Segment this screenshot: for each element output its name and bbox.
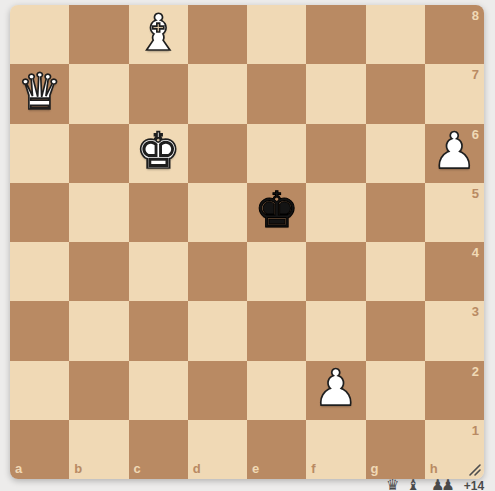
square-e3[interactable] bbox=[247, 301, 306, 360]
square-a2[interactable] bbox=[10, 361, 69, 420]
square-c6[interactable]: ♚ bbox=[129, 124, 188, 183]
rank-label-5: 5 bbox=[472, 187, 479, 200]
rank-label-1: 1 bbox=[472, 424, 479, 437]
square-a5[interactable] bbox=[10, 183, 69, 242]
square-b1[interactable]: b bbox=[69, 420, 128, 479]
square-b7[interactable] bbox=[69, 64, 128, 123]
rank-label-7: 7 bbox=[472, 68, 479, 81]
square-f1[interactable]: f bbox=[306, 420, 365, 479]
square-c7[interactable] bbox=[129, 64, 188, 123]
square-b8[interactable] bbox=[69, 5, 128, 64]
resize-grip-icon bbox=[468, 463, 482, 477]
square-d8[interactable] bbox=[188, 5, 247, 64]
square-e8[interactable] bbox=[247, 5, 306, 64]
file-label-h: h bbox=[430, 462, 438, 475]
square-g2[interactable] bbox=[366, 361, 425, 420]
white-king[interactable]: ♚ bbox=[136, 126, 181, 176]
rank-label-2: 2 bbox=[472, 365, 479, 378]
square-f7[interactable] bbox=[306, 64, 365, 123]
square-b5[interactable] bbox=[69, 183, 128, 242]
square-g5[interactable] bbox=[366, 183, 425, 242]
square-a6[interactable] bbox=[10, 124, 69, 183]
captured-pawns-icon: ♟♟ bbox=[431, 478, 452, 491]
square-b2[interactable] bbox=[69, 361, 128, 420]
file-label-e: e bbox=[252, 462, 259, 475]
square-b4[interactable] bbox=[69, 242, 128, 301]
black-king[interactable]: ♚ bbox=[254, 185, 299, 235]
square-f3[interactable] bbox=[306, 301, 365, 360]
square-h4[interactable]: 4 bbox=[425, 242, 484, 301]
square-c4[interactable] bbox=[129, 242, 188, 301]
square-d6[interactable] bbox=[188, 124, 247, 183]
square-d4[interactable] bbox=[188, 242, 247, 301]
square-h7[interactable]: 7 bbox=[425, 64, 484, 123]
square-c2[interactable] bbox=[129, 361, 188, 420]
square-f8[interactable] bbox=[306, 5, 365, 64]
square-g4[interactable] bbox=[366, 242, 425, 301]
square-f4[interactable] bbox=[306, 242, 365, 301]
square-f2[interactable]: ♟ bbox=[306, 361, 365, 420]
square-h3[interactable]: 3 bbox=[425, 301, 484, 360]
file-label-b: b bbox=[74, 462, 82, 475]
square-g3[interactable] bbox=[366, 301, 425, 360]
file-label-c: c bbox=[134, 462, 141, 475]
square-c1[interactable]: c bbox=[129, 420, 188, 479]
material-strip: ♛ ♝ ♟♟ +14 bbox=[386, 478, 484, 491]
square-c3[interactable] bbox=[129, 301, 188, 360]
square-g8[interactable] bbox=[366, 5, 425, 64]
square-a7[interactable]: ♛ bbox=[10, 64, 69, 123]
square-a4[interactable] bbox=[10, 242, 69, 301]
white-pawn[interactable]: ♟ bbox=[313, 363, 358, 413]
square-e7[interactable] bbox=[247, 64, 306, 123]
board-squares: ♝8♛7♚6♟♚543♟2abcdefg1h bbox=[10, 5, 484, 479]
square-b3[interactable] bbox=[69, 301, 128, 360]
square-f6[interactable] bbox=[306, 124, 365, 183]
board-resize-handle[interactable] bbox=[468, 463, 482, 477]
square-e2[interactable] bbox=[247, 361, 306, 420]
square-d1[interactable]: d bbox=[188, 420, 247, 479]
square-e6[interactable] bbox=[247, 124, 306, 183]
square-d5[interactable] bbox=[188, 183, 247, 242]
square-d2[interactable] bbox=[188, 361, 247, 420]
square-a3[interactable] bbox=[10, 301, 69, 360]
file-label-g: g bbox=[371, 462, 379, 475]
square-h5[interactable]: 5 bbox=[425, 183, 484, 242]
square-d7[interactable] bbox=[188, 64, 247, 123]
square-e1[interactable]: e bbox=[247, 420, 306, 479]
square-c5[interactable] bbox=[129, 183, 188, 242]
square-g1[interactable]: g bbox=[366, 420, 425, 479]
rank-label-4: 4 bbox=[472, 246, 479, 259]
square-d3[interactable] bbox=[188, 301, 247, 360]
square-e5[interactable]: ♚ bbox=[247, 183, 306, 242]
white-queen[interactable]: ♛ bbox=[17, 67, 62, 117]
captured-queen-icon: ♛ bbox=[386, 478, 399, 491]
square-c8[interactable]: ♝ bbox=[129, 5, 188, 64]
file-label-a: a bbox=[15, 462, 22, 475]
square-f5[interactable] bbox=[306, 183, 365, 242]
square-a8[interactable] bbox=[10, 5, 69, 64]
square-h8[interactable]: 8 bbox=[425, 5, 484, 64]
square-e4[interactable] bbox=[247, 242, 306, 301]
rank-label-8: 8 bbox=[472, 9, 479, 22]
chess-board: ♝8♛7♚6♟♚543♟2abcdefg1h bbox=[10, 5, 484, 479]
white-bishop[interactable]: ♝ bbox=[136, 8, 181, 58]
captured-bishop-icon: ♝ bbox=[406, 478, 419, 491]
file-label-d: d bbox=[193, 462, 201, 475]
square-h2[interactable]: 2 bbox=[425, 361, 484, 420]
square-g6[interactable] bbox=[366, 124, 425, 183]
rank-label-3: 3 bbox=[472, 305, 479, 318]
page: { "game": "chess", "position": "2B5/Q7/2… bbox=[0, 0, 495, 491]
square-h6[interactable]: 6♟ bbox=[425, 124, 484, 183]
material-score: +14 bbox=[464, 478, 484, 491]
file-label-f: f bbox=[311, 462, 315, 475]
white-pawn[interactable]: ♟ bbox=[432, 126, 477, 176]
square-b6[interactable] bbox=[69, 124, 128, 183]
square-g7[interactable] bbox=[366, 64, 425, 123]
square-a1[interactable]: a bbox=[10, 420, 69, 479]
